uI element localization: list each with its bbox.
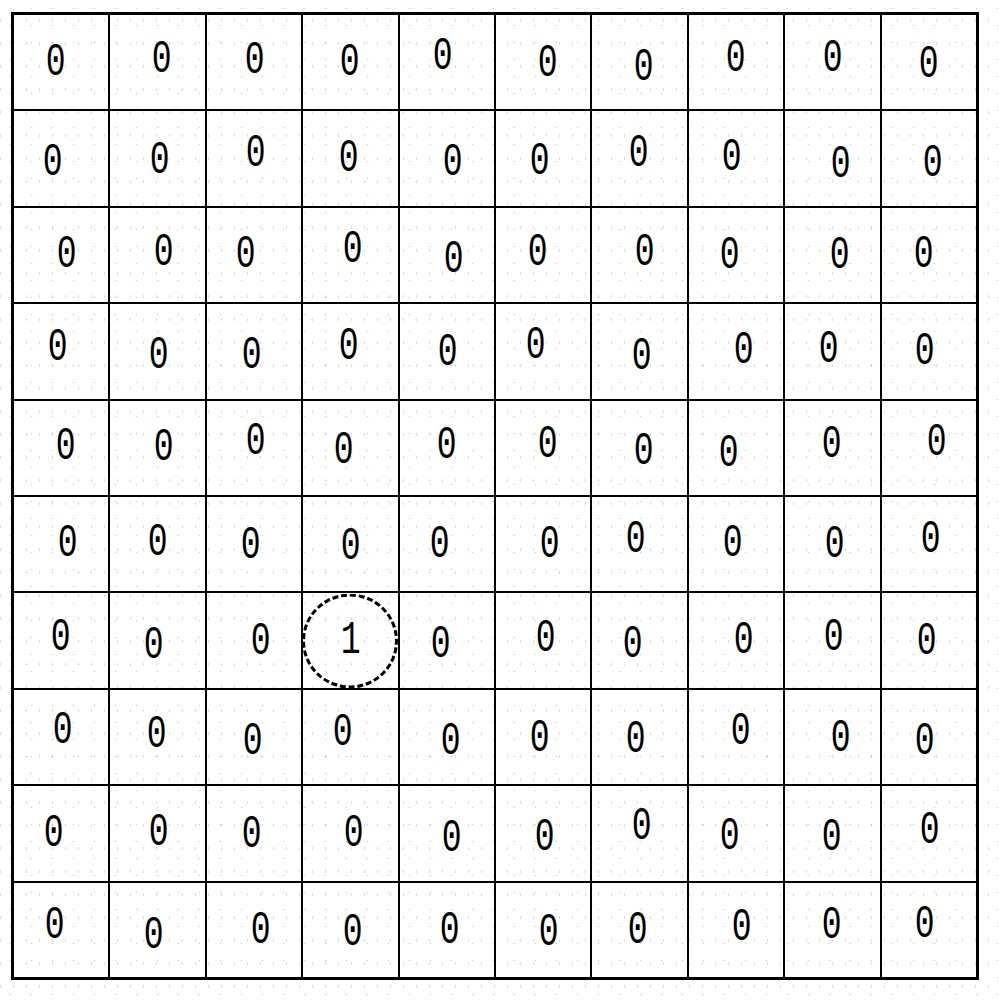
- grid-digit: 0: [236, 232, 256, 278]
- grid-digit: 0: [57, 232, 77, 278]
- grid-digit: 0: [243, 719, 263, 765]
- cell-r10c8: 0: [689, 883, 783, 977]
- grid-digit: 0: [441, 719, 461, 765]
- cell-r1c5: 0: [400, 15, 494, 109]
- cell-r2c3: 0: [207, 111, 301, 205]
- cell-r9c9: 0: [785, 786, 879, 880]
- grid-digit: 0: [443, 140, 463, 186]
- grid-digit: 0: [535, 815, 555, 861]
- grid-digit: 0: [45, 903, 65, 949]
- cell-r1c1: 0: [14, 15, 108, 109]
- cell-r10c4: 0: [303, 883, 397, 977]
- cell-r5c8: 0: [689, 401, 783, 495]
- grid-digit: 0: [824, 522, 844, 568]
- cell-r6c4: 0: [303, 497, 397, 591]
- grid-digit: 0: [431, 622, 451, 668]
- cell-r3c8: 0: [689, 208, 783, 302]
- cell-r9c5: 0: [400, 786, 494, 880]
- cell-r2c1: 0: [14, 111, 108, 205]
- grid-digit: 0: [241, 523, 261, 569]
- cell-r3c9: 0: [785, 208, 879, 302]
- cell-r2c7: 0: [592, 111, 686, 205]
- cell-r6c3: 0: [207, 497, 301, 591]
- cell-r6c6: 0: [496, 497, 590, 591]
- grid-digit: 0: [147, 712, 167, 758]
- cell-r4c3: 0: [207, 304, 301, 398]
- grid-digit: 0: [340, 524, 360, 570]
- grid-digit: 0: [148, 520, 168, 566]
- cell-r4c2: 0: [110, 304, 204, 398]
- grid-digit: 0: [440, 908, 460, 954]
- cell-r5c7: 0: [592, 401, 686, 495]
- cell-r2c2: 0: [110, 111, 204, 205]
- grid-digit: 0: [433, 34, 453, 80]
- grid-digit: 0: [723, 521, 743, 567]
- grid-digit: 0: [154, 425, 174, 471]
- cell-r8c8: 0: [689, 690, 783, 784]
- grid-digit: 0: [56, 424, 76, 470]
- cell-r5c3: 0: [207, 401, 301, 495]
- cell-r6c5: 0: [400, 497, 494, 591]
- cell-r6c2: 0: [110, 497, 204, 591]
- cell-r9c8: 0: [689, 786, 783, 880]
- cell-r1c3: 0: [207, 15, 301, 109]
- cell-r5c9: 0: [785, 401, 879, 495]
- cell-r7c8: 0: [689, 593, 783, 687]
- grid-digit: 0: [822, 36, 842, 82]
- grid-digit: 0: [246, 419, 266, 465]
- cell-r3c2: 0: [110, 208, 204, 302]
- cell-r5c10: 0: [882, 401, 976, 495]
- grid-digit: 0: [430, 522, 450, 568]
- grid-digit: 0: [821, 815, 841, 861]
- grid-digit: 0: [539, 910, 559, 956]
- cell-r6c1: 0: [14, 497, 108, 591]
- cell-r10c7: 0: [592, 883, 686, 977]
- cell-r7c9: 0: [785, 593, 879, 687]
- grid-digit: 0: [720, 814, 740, 860]
- grid-digit: 0: [920, 808, 940, 854]
- grid-digit: 0: [43, 140, 63, 186]
- grid-digit: 0: [44, 811, 64, 857]
- grid-digit: 0: [246, 131, 266, 177]
- grid-digit: 0: [342, 910, 362, 956]
- grid-digit: 0: [914, 232, 934, 278]
- cell-r5c4: 0: [303, 401, 397, 495]
- grid-digit: 0: [442, 816, 462, 862]
- cell-r3c3: 0: [207, 208, 301, 302]
- grid-digit: 0: [632, 804, 652, 850]
- cell-r2c8: 0: [689, 111, 783, 205]
- grid-digit: 0: [530, 139, 550, 185]
- cell-r10c1: 0: [14, 883, 108, 977]
- grid-digit: 0: [726, 36, 746, 82]
- grid-digit: 0: [830, 142, 850, 188]
- cell-r6c8: 0: [689, 497, 783, 591]
- grid-digit: 0: [53, 708, 73, 754]
- cell-r7c5: 0: [400, 593, 494, 687]
- grid-digit: 0: [626, 517, 646, 563]
- grid-digit: 0: [438, 330, 458, 376]
- cell-r3c6: 0: [496, 208, 590, 302]
- cell-r8c6: 0: [496, 690, 590, 784]
- cell-r7c4: 1: [303, 593, 397, 687]
- cell-r4c7: 0: [592, 304, 686, 398]
- cell-r1c9: 0: [785, 15, 879, 109]
- grid-digit: 0: [829, 233, 849, 279]
- cell-r8c3: 0: [207, 690, 301, 784]
- cell-r10c9: 0: [785, 883, 879, 977]
- grid-digit: 0: [632, 334, 652, 380]
- grid-digit: 0: [923, 141, 943, 187]
- grid-digit: 0: [538, 41, 558, 87]
- grid-digit: 0: [338, 136, 358, 182]
- cell-r1c2: 0: [110, 15, 204, 109]
- cell-r2c5: 0: [400, 111, 494, 205]
- grid-digit: 0: [927, 420, 947, 466]
- grid-digit: 0: [339, 40, 359, 86]
- cell-r2c6: 0: [496, 111, 590, 205]
- grid-digit: 0: [528, 230, 548, 276]
- cell-r4c10: 0: [882, 304, 976, 398]
- grid-digit: 0: [830, 716, 850, 762]
- cell-r4c5: 0: [400, 304, 494, 398]
- grid-digit: 0: [821, 903, 841, 949]
- cell-r1c8: 0: [689, 15, 783, 109]
- grid-digit: 0: [144, 913, 164, 959]
- grid-digit: 0: [46, 40, 66, 86]
- grid-digit: 0: [332, 710, 352, 756]
- grid-digit: 0: [917, 619, 937, 665]
- grid-digit: 0: [722, 135, 742, 181]
- cell-r5c1: 0: [14, 401, 108, 495]
- grid-digit: 0: [437, 423, 457, 469]
- cell-r1c7: 0: [592, 15, 686, 109]
- cell-r4c6: 0: [496, 304, 590, 398]
- grid-digit: 0: [343, 811, 363, 857]
- cell-r2c4: 0: [303, 111, 397, 205]
- cell-r4c4: 0: [303, 304, 397, 398]
- grid-digit: 0: [919, 42, 939, 88]
- grid-digit: 0: [242, 333, 262, 379]
- cell-r5c5: 0: [400, 401, 494, 495]
- cell-r7c2: 0: [110, 593, 204, 687]
- dashed-circle-marker: [302, 593, 398, 688]
- cell-r3c5: 0: [400, 208, 494, 302]
- grid-digit: 0: [635, 230, 655, 276]
- grid-digit: 0: [623, 622, 643, 668]
- cell-r10c5: 0: [400, 883, 494, 977]
- grid-digit: 0: [629, 131, 649, 177]
- cell-r7c1: 0: [14, 593, 108, 687]
- cell-r6c9: 0: [785, 497, 879, 591]
- grid-digit: 0: [48, 325, 68, 371]
- cell-r2c9: 0: [785, 111, 879, 205]
- cell-r10c2: 0: [110, 883, 204, 977]
- cell-r8c9: 0: [785, 690, 879, 784]
- grid-digit: 0: [154, 230, 174, 276]
- cell-r9c6: 0: [496, 786, 590, 880]
- cell-r6c7: 0: [592, 497, 686, 591]
- cell-r9c1: 0: [14, 786, 108, 880]
- grid-digit: 0: [245, 38, 265, 84]
- grid-digit: 0: [538, 422, 558, 468]
- cell-r1c10: 0: [882, 15, 976, 109]
- cell-r10c6: 0: [496, 883, 590, 977]
- grid-digit: 0: [628, 908, 648, 954]
- grid-digit: 0: [149, 810, 169, 856]
- grid-digit: 0: [821, 422, 841, 468]
- cell-r9c4: 0: [303, 786, 397, 880]
- cell-r7c7: 0: [592, 593, 686, 687]
- cell-r8c2: 0: [110, 690, 204, 784]
- cell-r4c9: 0: [785, 304, 879, 398]
- grid-digit: 0: [719, 431, 739, 477]
- cell-r8c7: 0: [592, 690, 686, 784]
- grid-digit: 0: [818, 327, 838, 373]
- grid-digit: 0: [242, 812, 262, 858]
- grid-digit: 0: [540, 522, 560, 568]
- grid-digit: 0: [915, 719, 935, 765]
- cell-r7c3: 0: [207, 593, 301, 687]
- cell-r9c10: 0: [882, 786, 976, 880]
- cell-r1c6: 0: [496, 15, 590, 109]
- grid-digit: 0: [251, 908, 271, 954]
- cell-r9c2: 0: [110, 786, 204, 880]
- grid-digit: 0: [626, 717, 646, 763]
- cell-r2c10: 0: [882, 111, 976, 205]
- cell-r8c4: 0: [303, 690, 397, 784]
- grid-digit: 0: [732, 905, 752, 951]
- grid-digit: 0: [915, 329, 935, 375]
- cell-r6c10: 0: [882, 497, 976, 591]
- cell-r7c6: 0: [496, 593, 590, 687]
- grid-board: 0000000000000000000000000000000000000000…: [11, 12, 979, 980]
- cell-r4c8: 0: [689, 304, 783, 398]
- cell-r9c7: 0: [592, 786, 686, 880]
- cell-r3c10: 0: [882, 208, 976, 302]
- cell-r9c3: 0: [207, 786, 301, 880]
- grid-digit: 0: [333, 428, 353, 474]
- cell-r5c2: 0: [110, 401, 204, 495]
- cell-r10c3: 0: [207, 883, 301, 977]
- grid-digit: 0: [342, 227, 362, 273]
- cell-r3c1: 0: [14, 208, 108, 302]
- grid-digit: 0: [150, 138, 170, 184]
- grid-digit: 0: [921, 517, 941, 563]
- cell-r8c1: 0: [14, 690, 108, 784]
- cell-r1c4: 0: [303, 15, 397, 109]
- grid-digit: 0: [915, 902, 935, 948]
- grid-digit: 0: [51, 615, 71, 661]
- cell-r7c10: 0: [882, 593, 976, 687]
- grid-digit: 0: [734, 618, 754, 664]
- grid-digit: 0: [823, 615, 843, 661]
- grid-digit: 0: [734, 328, 754, 374]
- grid-digit: 0: [634, 45, 654, 91]
- grid-digit: 0: [731, 709, 751, 755]
- grid-digit: 0: [634, 429, 654, 475]
- grid-digit: 0: [536, 616, 556, 662]
- cell-r5c6: 0: [496, 401, 590, 495]
- grid-digit: 0: [149, 333, 169, 379]
- grid-digit: 0: [58, 521, 78, 567]
- cell-r8c10: 0: [882, 690, 976, 784]
- cell-r3c4: 0: [303, 208, 397, 302]
- cell-r8c5: 0: [400, 690, 494, 784]
- grid-digit: 0: [338, 324, 358, 370]
- grid-digit: 0: [144, 623, 164, 669]
- cell-r10c10: 0: [882, 883, 976, 977]
- grid-digit: 0: [152, 37, 172, 83]
- grid-digit: 0: [720, 233, 740, 279]
- grid-digit: 0: [526, 323, 546, 369]
- grid-digit: 0: [444, 237, 464, 283]
- grid-digit: 0: [530, 716, 550, 762]
- cell-r3c7: 0: [592, 208, 686, 302]
- grid-digit: 0: [251, 619, 271, 665]
- cell-r4c1: 0: [14, 304, 108, 398]
